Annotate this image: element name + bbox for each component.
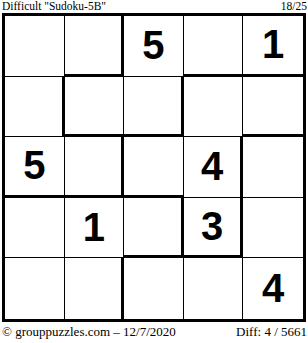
puzzle-page: Difficult "Sudoku-5B" 18/25 5 1 5 4 1 3 … — [0, 0, 308, 343]
cell-r3c1: 5 — [5, 137, 65, 198]
cell-r4c4: 3 — [184, 198, 244, 259]
footer: © grouppuzzles.com – 12/7/2020 Diff: 4 /… — [2, 324, 307, 340]
cell-r4c1[interactable] — [5, 198, 65, 259]
cell-r4c5[interactable] — [243, 198, 303, 259]
cell-r3c2[interactable] — [65, 137, 125, 198]
cell-r5c3[interactable] — [124, 258, 184, 319]
header: Difficult "Sudoku-5B" 18/25 — [2, 0, 307, 12]
cell-r2c3[interactable] — [124, 77, 184, 138]
cell-r1c4[interactable] — [184, 16, 244, 77]
cell-r4c2: 1 — [65, 198, 125, 259]
cell-r1c1[interactable] — [5, 16, 65, 77]
cell-r5c5: 4 — [243, 258, 303, 319]
cell-r5c2[interactable] — [65, 258, 125, 319]
sudoku-grid: 5 1 5 4 1 3 4 — [2, 13, 306, 322]
cell-r3c5[interactable] — [243, 137, 303, 198]
footer-copyright: © grouppuzzles.com – 12/7/2020 — [2, 324, 176, 340]
cell-r2c1[interactable] — [5, 77, 65, 138]
footer-difficulty: Diff: 4 / 5661 — [236, 324, 307, 340]
cell-r5c4[interactable] — [184, 258, 244, 319]
cell-r3c4: 4 — [184, 137, 244, 198]
cell-r1c2[interactable] — [65, 16, 125, 77]
cell-r1c3: 5 — [124, 16, 184, 77]
cell-r2c4[interactable] — [184, 77, 244, 138]
cell-counter: 18/25 — [281, 0, 307, 12]
cell-r4c3[interactable] — [124, 198, 184, 259]
page-title: Difficult "Sudoku-5B" — [2, 0, 106, 12]
cell-r5c1[interactable] — [5, 258, 65, 319]
cell-r1c5: 1 — [243, 16, 303, 77]
cell-r3c3[interactable] — [124, 137, 184, 198]
cell-r2c5[interactable] — [243, 77, 303, 138]
cell-r2c2[interactable] — [65, 77, 125, 138]
